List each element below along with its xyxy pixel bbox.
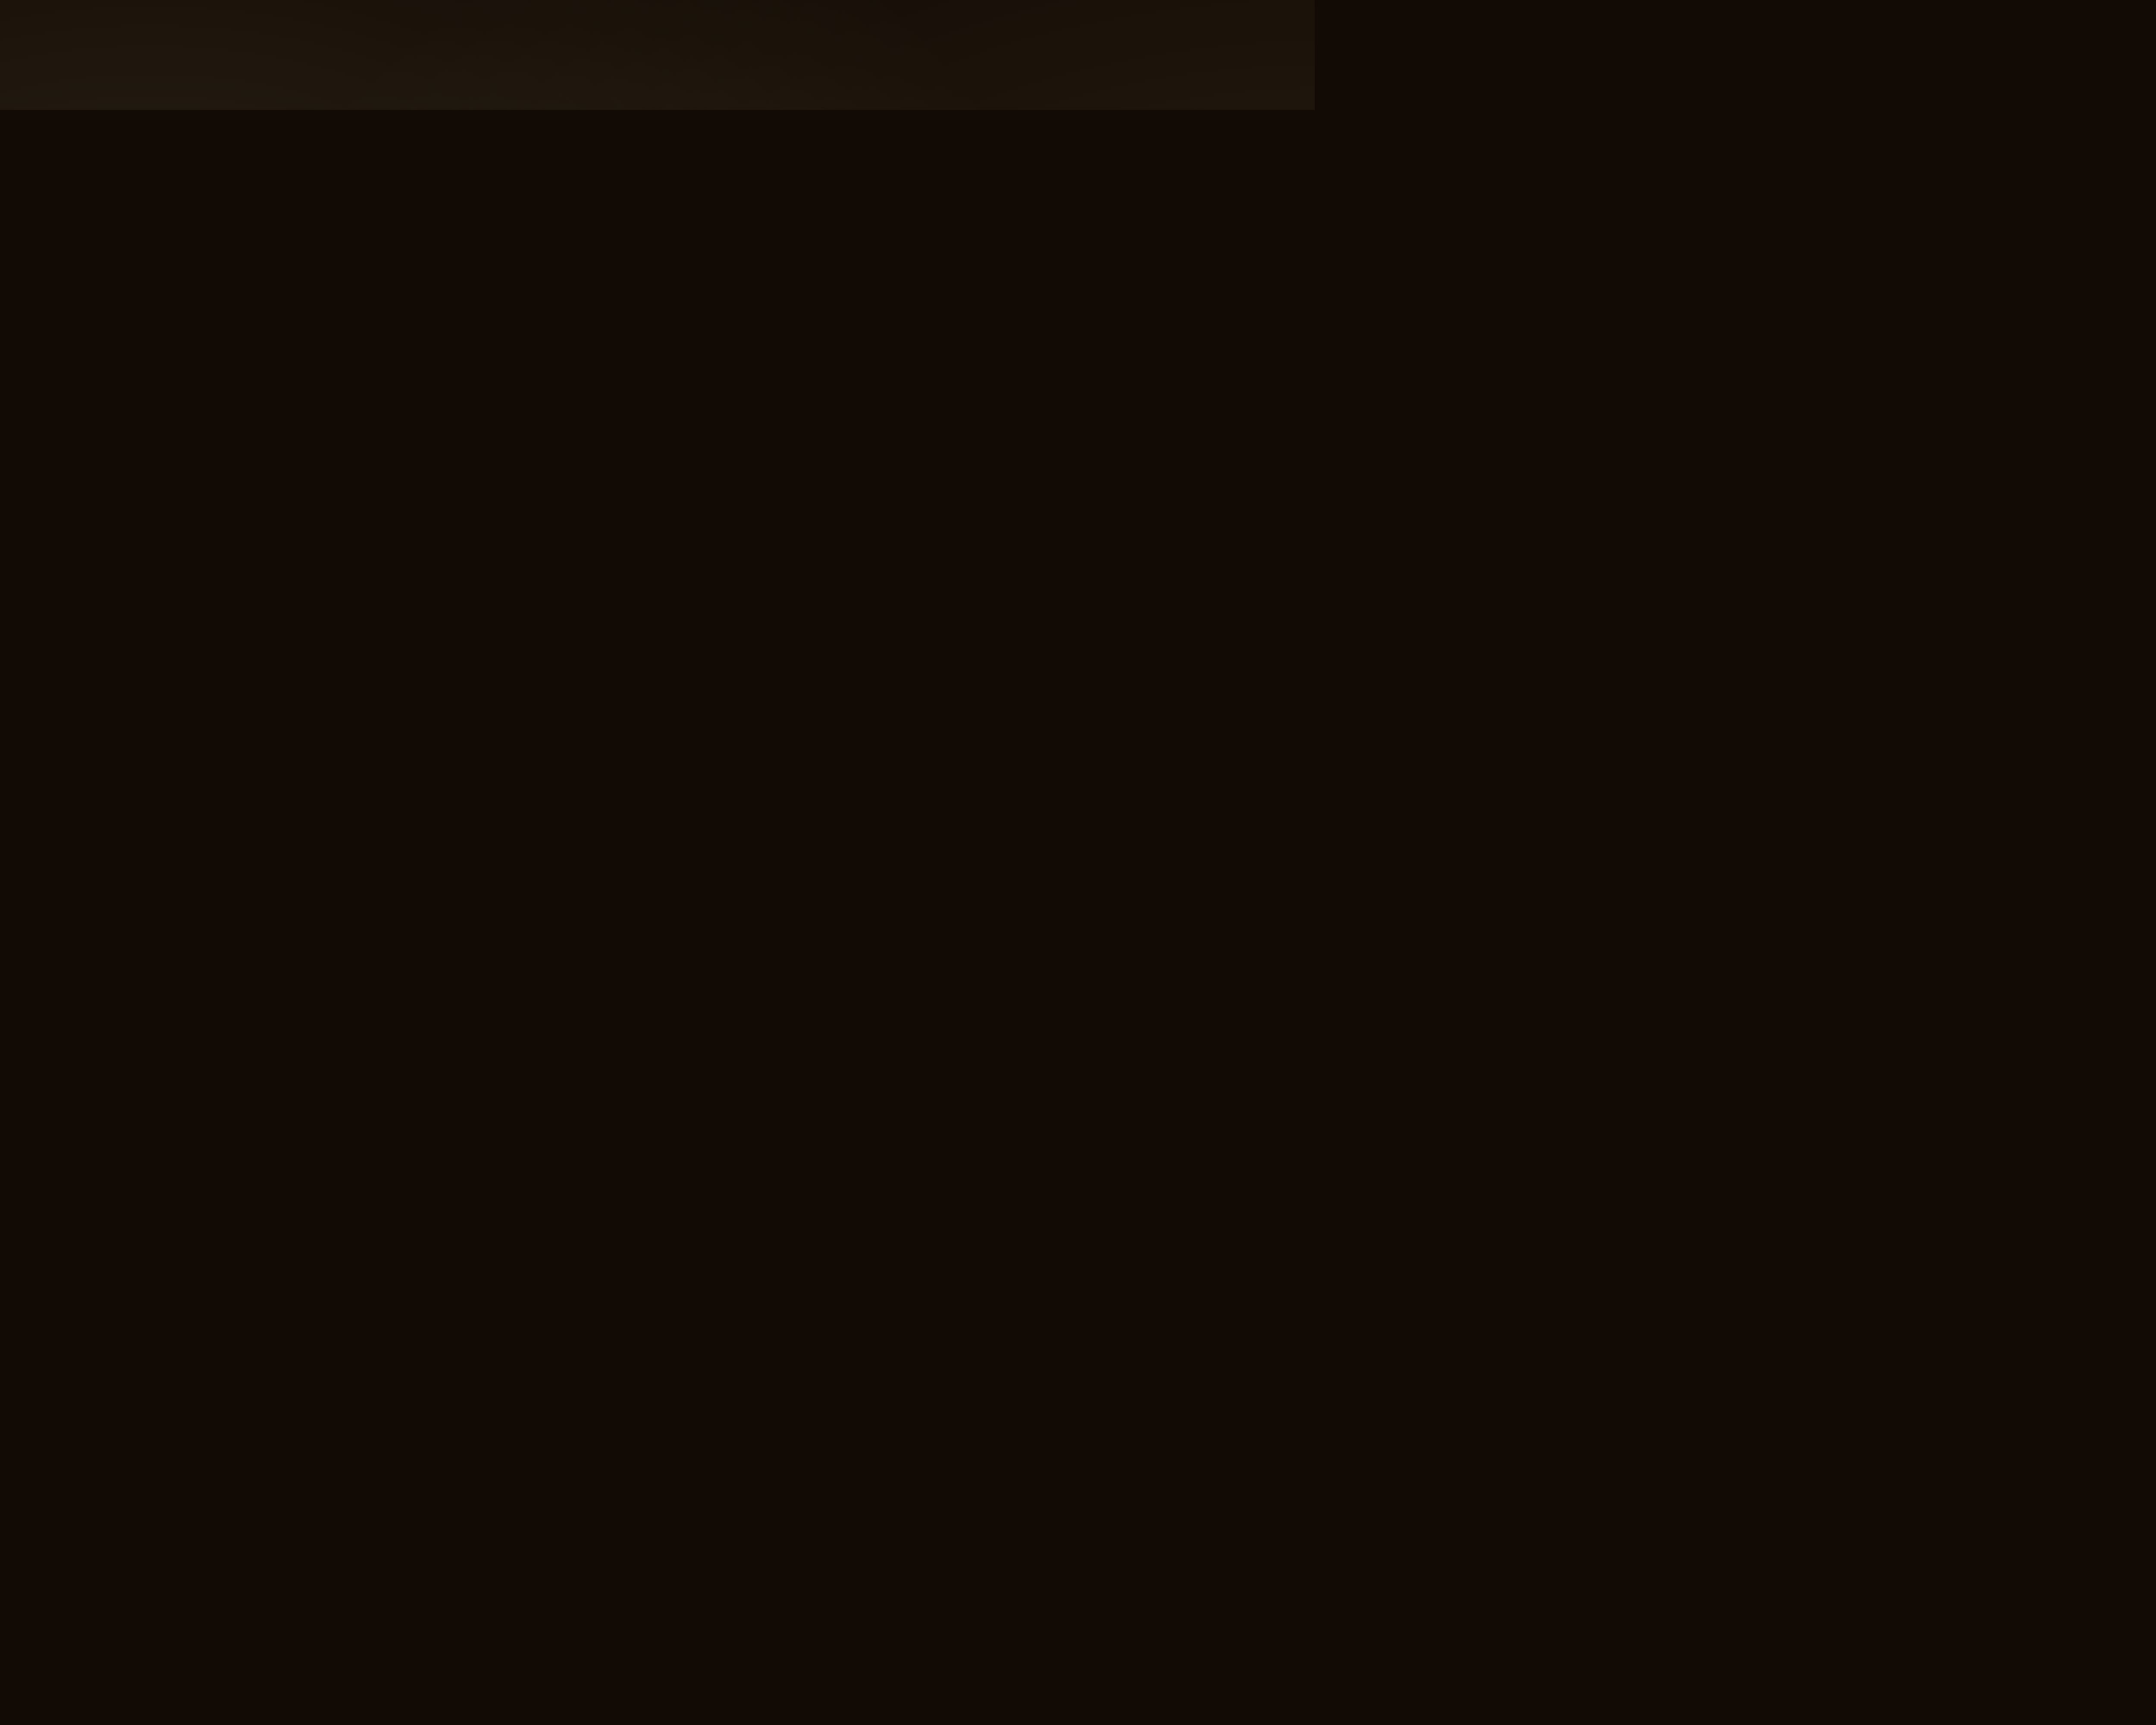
board-square-r5c6-dark [1912,1213,2156,1701]
chessboard-blur-layer [0,0,2156,1725]
board-square-r1c5-light [1334,0,1828,133]
board-square-r1c4-dark [840,0,1340,120]
board-square-r2c5-dark [1327,120,1852,448]
board-square-r2c6-light [1828,133,2156,461]
board-square-r4c6-light [1880,805,2156,1229]
chessboard-photo [0,0,2156,1725]
board-square-r4c3-dark [109,761,759,1182]
board-square-r2c3-dark [277,94,840,420]
board-square-r5c5-light [1300,1197,1948,1684]
board-square-r2c4-light [802,107,1334,434]
board-square-r3c4-dark [759,420,1327,790]
board-square-r5c3-light [6,1166,710,1650]
board-grid-blurred [0,0,2156,1725]
board-square-r6c6-light [1948,1684,2156,1725]
board-square-r4c5-dark [1311,790,1912,1213]
board-square-r4c4-light [710,775,1319,1197]
board-square-r3c5-light [1319,434,1880,804]
board-square-r1c3-light [346,0,874,107]
board-square-r1c2-dark [0,0,407,94]
board-square-r1c6-dark [1806,0,2156,146]
board-square-r5c4-dark [653,1181,1311,1667]
board-square-r3c3-light [199,407,802,775]
board-square-r3c6-dark [1852,448,2156,819]
